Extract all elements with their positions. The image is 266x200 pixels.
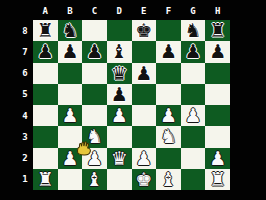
square-f7[interactable]: ♟ <box>156 41 181 62</box>
white-rook-a1[interactable]: ♜ <box>37 170 54 189</box>
square-f4[interactable]: ♟ <box>156 105 181 126</box>
square-b8[interactable]: ♞ <box>58 20 83 41</box>
black-pawn-e6[interactable]: ♟ <box>135 64 152 83</box>
square-e1[interactable]: ♚ <box>132 169 157 190</box>
square-c7[interactable]: ♟ <box>82 41 107 62</box>
white-pawn-d4[interactable]: ♟ <box>111 106 128 125</box>
file-label-e: E <box>132 6 157 17</box>
file-label-a: A <box>33 6 58 17</box>
square-d7[interactable]: ♝ <box>107 41 132 62</box>
square-g7[interactable]: ♟ <box>181 41 206 62</box>
square-e5[interactable] <box>132 84 157 105</box>
file-label-b: B <box>58 6 83 17</box>
white-bishop-c1[interactable]: ♝ <box>86 170 103 189</box>
rank-label-7: 7 <box>19 41 31 62</box>
square-a2[interactable] <box>33 148 58 169</box>
square-g3[interactable] <box>181 126 206 147</box>
square-f6[interactable] <box>156 63 181 84</box>
white-queen-d2[interactable]: ♛ <box>111 149 128 168</box>
square-b4[interactable]: ♟ <box>58 105 83 126</box>
white-pawn-c2[interactable]: ♟ <box>86 149 103 168</box>
black-pawn-d5[interactable]: ♟ <box>111 85 128 104</box>
black-pawn-a7[interactable]: ♟ <box>37 42 54 61</box>
black-knight-g8[interactable]: ♞ <box>185 21 202 40</box>
square-g4[interactable]: ♟ <box>181 105 206 126</box>
file-label-f: F <box>156 6 181 17</box>
white-pawn-g4[interactable]: ♟ <box>185 106 202 125</box>
file-label-h: H <box>205 6 230 17</box>
square-c8[interactable] <box>82 20 107 41</box>
square-a8[interactable]: ♜ <box>33 20 58 41</box>
file-labels: ABCDEFGH <box>33 6 230 17</box>
black-pawn-b7[interactable]: ♟ <box>61 42 78 61</box>
square-f3[interactable]: ♞ <box>156 126 181 147</box>
square-h3[interactable] <box>205 126 230 147</box>
square-e4[interactable] <box>132 105 157 126</box>
square-g5[interactable] <box>181 84 206 105</box>
square-d4[interactable]: ♟ <box>107 105 132 126</box>
square-a4[interactable] <box>33 105 58 126</box>
square-f2[interactable] <box>156 148 181 169</box>
square-h7[interactable]: ♟ <box>205 41 230 62</box>
rank-label-6: 6 <box>19 63 31 84</box>
square-g2[interactable] <box>181 148 206 169</box>
square-e7[interactable] <box>132 41 157 62</box>
square-b3[interactable] <box>58 126 83 147</box>
square-h2[interactable]: ♟ <box>205 148 230 169</box>
white-bishop-f1[interactable]: ♝ <box>160 170 177 189</box>
white-knight-c3[interactable]: ♞ <box>86 127 103 146</box>
file-label-c: C <box>82 6 107 17</box>
square-g6[interactable] <box>181 63 206 84</box>
white-pawn-b2[interactable]: ♟ <box>61 149 78 168</box>
rank-labels: 87654321 <box>19 20 31 190</box>
square-g8[interactable]: ♞ <box>181 20 206 41</box>
white-pawn-b4[interactable]: ♟ <box>61 106 78 125</box>
square-h5[interactable] <box>205 84 230 105</box>
black-pawn-f7[interactable]: ♟ <box>160 42 177 61</box>
square-b5[interactable] <box>58 84 83 105</box>
square-e8[interactable]: ♚ <box>132 20 157 41</box>
square-c5[interactable] <box>82 84 107 105</box>
rank-label-8: 8 <box>19 20 31 41</box>
square-d5[interactable]: ♟ <box>107 84 132 105</box>
file-label-d: D <box>107 6 132 17</box>
square-d1[interactable] <box>107 169 132 190</box>
black-rook-a8[interactable]: ♜ <box>37 21 54 40</box>
square-g1[interactable] <box>181 169 206 190</box>
square-e6[interactable]: ♟ <box>132 63 157 84</box>
square-h1[interactable]: ♜ <box>205 169 230 190</box>
square-b7[interactable]: ♟ <box>58 41 83 62</box>
square-c4[interactable] <box>82 105 107 126</box>
square-d2[interactable]: ♛ <box>107 148 132 169</box>
white-king-e1[interactable]: ♚ <box>135 170 152 189</box>
square-a1[interactable]: ♜ <box>33 169 58 190</box>
square-a7[interactable]: ♟ <box>33 41 58 62</box>
black-knight-b8[interactable]: ♞ <box>61 21 78 40</box>
rank-label-3: 3 <box>19 126 31 147</box>
square-c6[interactable] <box>82 63 107 84</box>
square-h6[interactable] <box>205 63 230 84</box>
square-f8[interactable] <box>156 20 181 41</box>
black-pawn-g7[interactable]: ♟ <box>185 42 202 61</box>
square-b6[interactable] <box>58 63 83 84</box>
square-c3[interactable]: ♞ <box>82 126 107 147</box>
square-d6[interactable]: ♛ <box>107 63 132 84</box>
white-pawn-f4[interactable]: ♟ <box>160 106 177 125</box>
black-king-e8[interactable]: ♚ <box>135 21 152 40</box>
black-rook-h8[interactable]: ♜ <box>209 21 226 40</box>
black-pawn-h7[interactable]: ♟ <box>209 42 226 61</box>
square-h8[interactable]: ♜ <box>205 20 230 41</box>
square-f1[interactable]: ♝ <box>156 169 181 190</box>
square-b2[interactable]: ♟ <box>58 148 83 169</box>
chess-board[interactable]: ♜♞♚♞♜♟♟♟♝♟♟♟♛♟♟♟♟♟♟♞♞♟♟♛♟♟♜♝♚♝♜ <box>33 20 230 190</box>
black-pawn-c7[interactable]: ♟ <box>86 42 103 61</box>
square-d8[interactable] <box>107 20 132 41</box>
white-knight-f3[interactable]: ♞ <box>160 127 177 146</box>
black-queen-d6[interactable]: ♛ <box>111 64 128 83</box>
square-c1[interactable]: ♝ <box>82 169 107 190</box>
square-e3[interactable] <box>132 126 157 147</box>
square-d3[interactable] <box>107 126 132 147</box>
square-f5[interactable] <box>156 84 181 105</box>
rank-label-1: 1 <box>19 169 31 190</box>
rank-label-5: 5 <box>19 84 31 105</box>
game-screen: ABCDEFGH 87654321 ♜♞♚♞♜♟♟♟♝♟♟♟♛♟♟♟♟♟♟♞♞♟… <box>0 0 266 200</box>
rank-label-4: 4 <box>19 105 31 126</box>
square-a3[interactable] <box>33 126 58 147</box>
square-c2[interactable]: ♟ <box>82 148 107 169</box>
rank-label-2: 2 <box>19 148 31 169</box>
square-a6[interactable] <box>33 63 58 84</box>
square-b1[interactable] <box>58 169 83 190</box>
square-h4[interactable] <box>205 105 230 126</box>
square-a5[interactable] <box>33 84 58 105</box>
square-e2[interactable]: ♟ <box>132 148 157 169</box>
white-pawn-h2[interactable]: ♟ <box>209 149 226 168</box>
black-bishop-d7[interactable]: ♝ <box>111 42 128 61</box>
white-pawn-e2[interactable]: ♟ <box>135 149 152 168</box>
file-label-g: G <box>181 6 206 17</box>
white-rook-h1[interactable]: ♜ <box>209 170 226 189</box>
